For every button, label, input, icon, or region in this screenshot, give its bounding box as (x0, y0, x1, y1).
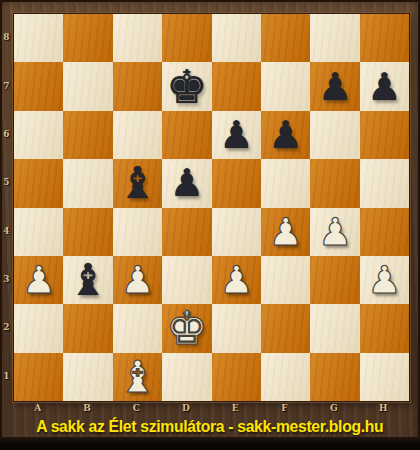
square-e8[interactable] (212, 14, 261, 62)
square-g4[interactable]: ♟ (310, 208, 359, 256)
rank-label-2: 2 (0, 303, 13, 351)
black-bishop: ♝ (118, 161, 157, 205)
square-e3[interactable]: ♟ (212, 256, 261, 304)
chess-board: ♚♟♟♟♟♝♟♟♟♟♝♟♟♟♚♝ (13, 13, 410, 402)
black-king: ♚ (166, 64, 207, 110)
square-b4[interactable] (63, 208, 112, 256)
white-pawn: ♟ (367, 261, 401, 299)
square-h7[interactable]: ♟ (360, 62, 409, 110)
square-h1[interactable] (360, 353, 409, 401)
square-d3[interactable] (162, 256, 211, 304)
square-b7[interactable] (63, 62, 112, 110)
square-c3[interactable]: ♟ (113, 256, 162, 304)
square-d6[interactable] (162, 111, 211, 159)
square-c4[interactable] (113, 208, 162, 256)
square-f7[interactable] (261, 62, 310, 110)
white-bishop: ♝ (118, 355, 157, 399)
rank-label-7: 7 (0, 61, 13, 109)
square-c7[interactable] (113, 62, 162, 110)
square-f6[interactable]: ♟ (261, 111, 310, 159)
rank-label-4: 4 (0, 207, 13, 255)
square-b8[interactable] (63, 14, 112, 62)
caption-bar: A sakk az Élet szimulátora - sakk-mester… (0, 414, 420, 438)
white-pawn: ♟ (120, 261, 154, 299)
black-pawn: ♟ (269, 116, 303, 154)
square-a6[interactable] (14, 111, 63, 159)
square-e1[interactable] (212, 353, 261, 401)
square-h8[interactable] (360, 14, 409, 62)
white-pawn: ♟ (219, 261, 253, 299)
square-a2[interactable] (14, 304, 63, 352)
square-h5[interactable] (360, 159, 409, 207)
square-c8[interactable] (113, 14, 162, 62)
bottom-shadow-strip (0, 437, 420, 450)
black-pawn: ♟ (170, 164, 204, 202)
square-b2[interactable] (63, 304, 112, 352)
square-a5[interactable] (14, 159, 63, 207)
rank-label-1: 1 (0, 352, 13, 400)
square-f4[interactable]: ♟ (261, 208, 310, 256)
square-g1[interactable] (310, 353, 359, 401)
rank-label-5: 5 (0, 158, 13, 206)
square-c2[interactable] (113, 304, 162, 352)
square-d2[interactable]: ♚ (162, 304, 211, 352)
square-h2[interactable] (360, 304, 409, 352)
square-f8[interactable] (261, 14, 310, 62)
square-c1[interactable]: ♝ (113, 353, 162, 401)
square-g2[interactable] (310, 304, 359, 352)
square-e2[interactable] (212, 304, 261, 352)
square-c5[interactable]: ♝ (113, 159, 162, 207)
chess-diagram: 87654321 ♚♟♟♟♟♝♟♟♟♟♝♟♟♟♚♝ ABCDEFGH A sak… (0, 0, 420, 450)
square-f1[interactable] (261, 353, 310, 401)
square-f5[interactable] (261, 159, 310, 207)
square-g8[interactable] (310, 14, 359, 62)
square-h4[interactable] (360, 208, 409, 256)
square-d7[interactable]: ♚ (162, 62, 211, 110)
white-pawn: ♟ (269, 213, 303, 251)
square-d8[interactable] (162, 14, 211, 62)
white-king: ♚ (166, 305, 207, 351)
square-e7[interactable] (212, 62, 261, 110)
rank-label-8: 8 (0, 13, 13, 61)
square-d5[interactable]: ♟ (162, 159, 211, 207)
square-a8[interactable] (14, 14, 63, 62)
rank-labels: 87654321 (0, 13, 13, 400)
rank-label-3: 3 (0, 255, 13, 303)
square-b6[interactable] (63, 111, 112, 159)
square-a3[interactable]: ♟ (14, 256, 63, 304)
square-b5[interactable] (63, 159, 112, 207)
square-f3[interactable] (261, 256, 310, 304)
square-g5[interactable] (310, 159, 359, 207)
square-f2[interactable] (261, 304, 310, 352)
square-g7[interactable]: ♟ (310, 62, 359, 110)
square-h6[interactable] (360, 111, 409, 159)
white-pawn: ♟ (22, 261, 56, 299)
square-e6[interactable]: ♟ (212, 111, 261, 159)
square-a4[interactable] (14, 208, 63, 256)
square-e4[interactable] (212, 208, 261, 256)
black-pawn: ♟ (318, 68, 352, 106)
black-pawn: ♟ (219, 116, 253, 154)
square-d4[interactable] (162, 208, 211, 256)
square-g3[interactable] (310, 256, 359, 304)
square-b1[interactable] (63, 353, 112, 401)
black-pawn: ♟ (367, 68, 401, 106)
black-bishop: ♝ (68, 258, 107, 302)
square-d1[interactable] (162, 353, 211, 401)
square-g6[interactable] (310, 111, 359, 159)
caption-text: A sakk az Élet szimulátora - sakk-mester… (36, 417, 383, 436)
square-a1[interactable] (14, 353, 63, 401)
white-pawn: ♟ (318, 213, 352, 251)
square-h3[interactable]: ♟ (360, 256, 409, 304)
square-c6[interactable] (113, 111, 162, 159)
square-e5[interactable] (212, 159, 261, 207)
square-a7[interactable] (14, 62, 63, 110)
rank-label-6: 6 (0, 110, 13, 158)
square-b3[interactable]: ♝ (63, 256, 112, 304)
